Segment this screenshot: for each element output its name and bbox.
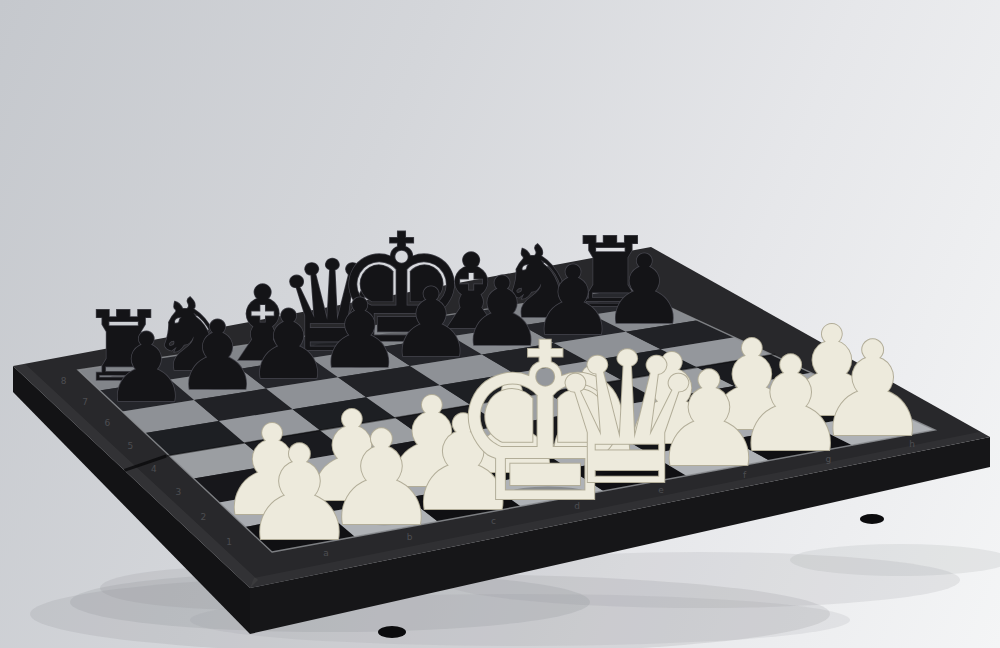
chessboard-photo: 12345678abcdefgh♜♞♝♛♚♝♞♜♟♟♟♟♟♟♟♟♟♟♟♟♟♟♟♟… (0, 0, 1000, 648)
rank-label: 2 (200, 512, 206, 522)
board-foot (378, 626, 406, 638)
rank-label: 8 (61, 376, 67, 386)
rank-label: 5 (127, 441, 133, 451)
piece-white-pawn-h1[interactable]: ♟ (814, 313, 931, 466)
rank-label: 4 (151, 464, 157, 474)
board-shadow (790, 544, 1000, 576)
rank-label: 3 (175, 487, 181, 497)
board-foot (860, 514, 884, 524)
scene: 12345678abcdefgh♜♞♝♛♚♝♞♜♟♟♟♟♟♟♟♟♟♟♟♟♟♟♟♟… (0, 0, 1000, 648)
chessboard: 12345678abcdefgh♜♞♝♛♚♝♞♜♟♟♟♟♟♟♟♟♟♟♟♟♟♟♟♟… (0, 0, 1000, 648)
